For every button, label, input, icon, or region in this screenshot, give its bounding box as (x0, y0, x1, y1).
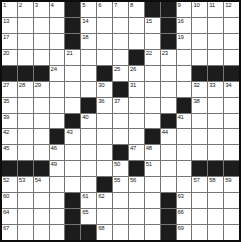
white-cell-r12c2[interactable]: 53 (18, 177, 33, 192)
white-cell-r9c5[interactable]: 43 (65, 129, 80, 144)
black-cell-r8c5 (65, 114, 80, 129)
white-cell-r1c8[interactable]: 7 (113, 2, 128, 17)
clue-number: 4 (51, 2, 54, 9)
white-cell-r8c4[interactable] (50, 114, 65, 129)
clue-number: 60 (3, 193, 9, 200)
clue-number: 42 (3, 129, 9, 136)
black-cell-r15c11 (161, 225, 176, 240)
white-cell-r11c11[interactable] (161, 161, 176, 176)
white-cell-r1c15[interactable]: 12 (224, 2, 239, 17)
white-cell-r5c9[interactable]: 26 (129, 66, 144, 81)
clue-number: 59 (225, 177, 231, 184)
clue-number: 48 (146, 145, 152, 152)
white-cell-r15c12[interactable]: 69 (177, 225, 192, 240)
black-cell-r11c1 (2, 161, 17, 176)
white-cell-r6c6[interactable] (81, 82, 96, 97)
white-cell-r4c10[interactable]: 22 (145, 50, 160, 65)
white-cell-r14c1[interactable]: 64 (2, 209, 17, 224)
black-cell-r2c5 (65, 18, 80, 33)
white-cell-r13c4[interactable] (50, 193, 65, 208)
clue-number: 69 (178, 225, 184, 232)
white-cell-r11c5[interactable] (65, 161, 80, 176)
white-cell-r12c5[interactable] (65, 177, 80, 192)
white-cell-r11c6[interactable] (81, 161, 96, 176)
white-cell-r8c8[interactable] (113, 114, 128, 129)
clue-number: 29 (35, 82, 41, 89)
white-cell-r11c10[interactable]: 51 (145, 161, 160, 176)
white-cell-r2c4[interactable] (50, 18, 65, 33)
white-cell-r2c15[interactable] (224, 18, 239, 33)
white-cell-r4c2[interactable] (18, 50, 33, 65)
white-cell-r2c7[interactable] (97, 18, 112, 33)
black-cell-r2c11 (161, 18, 176, 33)
white-cell-r10c11[interactable] (161, 145, 176, 160)
clue-number: 22 (146, 50, 152, 57)
white-cell-r4c7[interactable] (97, 50, 112, 65)
black-cell-r8c11 (161, 114, 176, 129)
clue-number: 63 (178, 193, 184, 200)
white-cell-r7c7[interactable]: 36 (97, 98, 112, 113)
black-cell-r1c10 (145, 2, 160, 17)
white-cell-r10c5[interactable] (65, 145, 80, 160)
white-cell-r6c5[interactable] (65, 82, 80, 97)
white-cell-r12c10[interactable] (145, 177, 160, 192)
white-cell-r12c12[interactable] (177, 177, 192, 192)
clue-number: 66 (178, 209, 184, 216)
white-cell-r7c4[interactable] (50, 98, 65, 113)
white-cell-r12c9[interactable]: 56 (129, 177, 144, 192)
white-cell-r9c1[interactable]: 42 (2, 129, 17, 144)
white-cell-r1c9[interactable]: 8 (129, 2, 144, 17)
white-cell-r1c6[interactable]: 5 (81, 2, 96, 17)
black-cell-r11c15 (224, 161, 239, 176)
white-cell-r9c9[interactable] (129, 129, 144, 144)
white-cell-r8c9[interactable] (129, 114, 144, 129)
white-cell-r10c14[interactable] (208, 145, 223, 160)
white-cell-r7c8[interactable]: 37 (113, 98, 128, 113)
clue-number: 13 (3, 18, 9, 25)
white-cell-r4c14[interactable] (208, 50, 223, 65)
clue-number: 38 (193, 98, 199, 105)
white-cell-r2c12[interactable]: 16 (177, 18, 192, 33)
clue-number: 64 (3, 209, 9, 216)
white-cell-r2c9[interactable] (129, 18, 144, 33)
black-cell-r9c10 (145, 129, 160, 144)
white-cell-r13c13[interactable] (192, 193, 207, 208)
white-cell-r4c1[interactable]: 20 (2, 50, 17, 65)
clue-number: 32 (193, 82, 199, 89)
white-cell-r14c6[interactable]: 65 (81, 209, 96, 224)
black-cell-r13c11 (161, 193, 176, 208)
white-cell-r3c7[interactable] (97, 34, 112, 49)
white-cell-r7c3[interactable] (34, 98, 49, 113)
black-cell-r11c14 (208, 161, 223, 176)
white-cell-r8c6[interactable]: 40 (81, 114, 96, 129)
clue-number: 25 (114, 66, 120, 73)
white-cell-r12c3[interactable]: 54 (34, 177, 49, 192)
white-cell-r14c15[interactable] (224, 209, 239, 224)
white-cell-r6c9[interactable]: 31 (129, 82, 144, 97)
clue-number: 24 (51, 66, 57, 73)
black-cell-r9c4 (50, 129, 65, 144)
white-cell-r1c7[interactable]: 6 (97, 2, 112, 17)
clue-number: 3 (35, 2, 38, 9)
white-cell-r14c10[interactable] (145, 209, 160, 224)
white-cell-r8c10[interactable] (145, 114, 160, 129)
clue-number: 10 (193, 2, 199, 9)
clue-number: 49 (51, 161, 57, 168)
white-cell-r6c12[interactable] (177, 82, 192, 97)
white-cell-r13c9[interactable] (129, 193, 144, 208)
clue-number: 20 (3, 50, 9, 57)
white-cell-r3c9[interactable] (129, 34, 144, 49)
black-cell-r11c13 (192, 161, 207, 176)
white-cell-r1c3[interactable]: 3 (34, 2, 49, 17)
clue-number: 45 (3, 145, 9, 152)
clue-number: 62 (98, 193, 104, 200)
white-cell-r12c1[interactable]: 52 (2, 177, 17, 192)
white-cell-r2c3[interactable] (34, 18, 49, 33)
white-cell-r14c12[interactable]: 66 (177, 209, 192, 224)
white-cell-r5c8[interactable]: 25 (113, 66, 128, 81)
white-cell-r4c3[interactable] (34, 50, 49, 65)
clue-number: 55 (114, 177, 120, 184)
white-cell-r7c14[interactable] (208, 98, 223, 113)
white-cell-r11c8[interactable]: 50 (113, 161, 128, 176)
white-cell-r2c8[interactable] (113, 18, 128, 33)
white-cell-r11c12[interactable] (177, 161, 192, 176)
clue-number: 58 (209, 177, 215, 184)
white-cell-r6c10[interactable] (145, 82, 160, 97)
clue-number: 39 (3, 114, 9, 121)
white-cell-r5c4[interactable]: 24 (50, 66, 65, 81)
clue-number: 27 (3, 82, 9, 89)
white-cell-r9c7[interactable] (97, 129, 112, 144)
black-cell-r13c5 (65, 193, 80, 208)
white-cell-r8c14[interactable] (208, 114, 223, 129)
white-cell-r13c7[interactable]: 62 (97, 193, 112, 208)
white-cell-r4c11[interactable]: 23 (161, 50, 176, 65)
white-cell-r3c12[interactable]: 19 (177, 34, 192, 49)
clue-number: 15 (146, 18, 152, 25)
white-cell-r8c1[interactable]: 39 (2, 114, 17, 129)
clue-number: 34 (225, 82, 231, 89)
white-cell-r14c4[interactable] (50, 209, 65, 224)
white-cell-r9c14[interactable] (208, 129, 223, 144)
clue-number: 52 (3, 177, 9, 184)
white-cell-r10c15[interactable] (224, 145, 239, 160)
clue-number: 36 (98, 98, 104, 105)
white-cell-r15c13[interactable] (192, 225, 207, 240)
clue-number: 40 (82, 114, 88, 121)
white-cell-r5c6[interactable] (81, 66, 96, 81)
white-cell-r4c6[interactable] (81, 50, 96, 65)
white-cell-r10c12[interactable] (177, 145, 192, 160)
white-cell-r14c9[interactable] (129, 209, 144, 224)
white-cell-r10c9[interactable]: 47 (129, 145, 144, 160)
white-cell-r14c7[interactable] (97, 209, 112, 224)
white-cell-r15c15[interactable] (224, 225, 239, 240)
black-cell-r14c5 (65, 209, 80, 224)
clue-number: 33 (209, 82, 215, 89)
white-cell-r3c6[interactable]: 18 (81, 34, 96, 49)
black-cell-r3c5 (65, 34, 80, 49)
white-cell-r9c6[interactable] (81, 129, 96, 144)
white-cell-r13c1[interactable]: 60 (2, 193, 17, 208)
white-cell-r12c13[interactable]: 57 (192, 177, 207, 192)
clue-number: 35 (3, 98, 9, 105)
black-cell-r3c11 (161, 34, 176, 49)
white-cell-r8c7[interactable] (97, 114, 112, 129)
white-cell-r8c3[interactable] (34, 114, 49, 129)
clue-number: 31 (130, 82, 136, 89)
white-cell-r3c3[interactable] (34, 34, 49, 49)
black-cell-r14c11 (161, 209, 176, 224)
white-cell-r10c1[interactable]: 45 (2, 145, 17, 160)
white-cell-r2c13[interactable] (192, 18, 207, 33)
clue-number: 9 (178, 2, 181, 9)
clue-number: 44 (162, 129, 168, 136)
white-cell-r1c4[interactable]: 4 (50, 2, 65, 17)
white-cell-r13c6[interactable]: 61 (81, 193, 96, 208)
clue-number: 61 (82, 193, 88, 200)
white-cell-r12c6[interactable] (81, 177, 96, 192)
clue-number: 7 (114, 2, 117, 9)
clue-number: 53 (19, 177, 25, 184)
clue-number: 23 (162, 50, 168, 57)
white-cell-r7c15[interactable] (224, 98, 239, 113)
clue-number: 1 (3, 2, 6, 9)
white-cell-r13c10[interactable] (145, 193, 160, 208)
white-cell-r4c15[interactable] (224, 50, 239, 65)
white-cell-r14c14[interactable] (208, 209, 223, 224)
white-cell-r8c12[interactable]: 41 (177, 114, 192, 129)
white-cell-r7c11[interactable] (161, 98, 176, 113)
white-cell-r6c1[interactable]: 27 (2, 82, 17, 97)
white-cell-r4c5[interactable]: 21 (65, 50, 80, 65)
white-cell-r2c14[interactable] (208, 18, 223, 33)
white-cell-r15c2[interactable] (18, 225, 33, 240)
white-cell-r3c4[interactable] (50, 34, 65, 49)
clue-number: 50 (114, 161, 120, 168)
clue-number: 47 (130, 145, 136, 152)
white-cell-r9c2[interactable] (18, 129, 33, 144)
clue-number: 12 (225, 2, 231, 9)
white-cell-r13c8[interactable] (113, 193, 128, 208)
black-cell-r10c8 (113, 145, 128, 160)
white-cell-r7c5[interactable] (65, 98, 80, 113)
white-cell-r2c6[interactable]: 14 (81, 18, 96, 33)
white-cell-r9c13[interactable] (192, 129, 207, 144)
clue-number: 54 (35, 177, 41, 184)
white-cell-r4c12[interactable] (177, 50, 192, 65)
white-cell-r15c14[interactable] (208, 225, 223, 240)
clue-number: 16 (178, 18, 184, 25)
black-cell-r5c1 (2, 66, 17, 81)
white-cell-r10c4[interactable]: 46 (50, 145, 65, 160)
clue-number: 30 (98, 82, 104, 89)
clue-number: 14 (82, 18, 88, 25)
white-cell-r6c2[interactable]: 28 (18, 82, 33, 97)
white-cell-r6c11[interactable] (161, 82, 176, 97)
white-cell-r12c11[interactable] (161, 177, 176, 192)
white-cell-r14c3[interactable] (34, 209, 49, 224)
white-cell-r11c7[interactable] (97, 161, 112, 176)
black-cell-r1c5 (65, 2, 80, 17)
white-cell-r3c13[interactable] (192, 34, 207, 49)
white-cell-r7c13[interactable]: 38 (192, 98, 207, 113)
white-cell-r10c6[interactable] (81, 145, 96, 160)
white-cell-r14c8[interactable] (113, 209, 128, 224)
white-cell-r7c2[interactable] (18, 98, 33, 113)
white-cell-r12c14[interactable]: 58 (208, 177, 223, 192)
clue-number: 5 (82, 2, 85, 9)
black-cell-r11c3 (34, 161, 49, 176)
white-cell-r15c3[interactable] (34, 225, 49, 240)
clue-number: 37 (114, 98, 120, 105)
clue-number: 26 (130, 66, 136, 73)
clue-number: 2 (19, 2, 22, 9)
white-cell-r3c8[interactable] (113, 34, 128, 49)
white-cell-r4c13[interactable] (192, 50, 207, 65)
white-cell-r5c11[interactable] (161, 66, 176, 81)
white-cell-r4c8[interactable] (113, 50, 128, 65)
white-cell-r15c4[interactable] (50, 225, 65, 240)
white-cell-r3c15[interactable] (224, 34, 239, 49)
white-cell-r5c12[interactable] (177, 66, 192, 81)
black-cell-r1c11 (161, 2, 176, 17)
clue-number: 17 (3, 34, 9, 41)
clue-number: 18 (82, 34, 88, 41)
white-cell-r11c4[interactable]: 49 (50, 161, 65, 176)
clue-number: 6 (98, 2, 101, 9)
white-cell-r2c1[interactable]: 13 (2, 18, 17, 33)
black-cell-r5c2 (18, 66, 33, 81)
white-cell-r13c12[interactable]: 63 (177, 193, 192, 208)
white-cell-r14c2[interactable] (18, 209, 33, 224)
black-cell-r15c6 (81, 225, 96, 240)
white-cell-r9c3[interactable] (34, 129, 49, 144)
white-cell-r1c12[interactable]: 9 (177, 2, 192, 17)
black-cell-r15c5 (65, 225, 80, 240)
white-cell-r15c7[interactable]: 68 (97, 225, 112, 240)
black-cell-r11c2 (18, 161, 33, 176)
white-cell-r6c4[interactable] (50, 82, 65, 97)
white-cell-r13c2[interactable] (18, 193, 33, 208)
black-cell-r5c7 (97, 66, 112, 81)
white-cell-r1c1[interactable]: 1 (2, 2, 17, 17)
white-cell-r13c14[interactable] (208, 193, 223, 208)
white-cell-r9c12[interactable] (177, 129, 192, 144)
clue-number: 41 (178, 114, 184, 121)
black-cell-r5c15 (224, 66, 239, 81)
white-cell-r13c3[interactable] (34, 193, 49, 208)
clue-number: 57 (193, 177, 199, 184)
white-cell-r6c14[interactable]: 33 (208, 82, 223, 97)
black-cell-r6c8 (113, 82, 128, 97)
white-cell-r7c9[interactable] (129, 98, 144, 113)
white-cell-r10c2[interactable] (18, 145, 33, 160)
white-cell-r6c15[interactable]: 34 (224, 82, 239, 97)
black-cell-r11c9 (129, 161, 144, 176)
clue-number: 43 (66, 129, 72, 136)
white-cell-r13c15[interactable] (224, 193, 239, 208)
white-cell-r8c15[interactable] (224, 114, 239, 129)
white-cell-r9c11[interactable]: 44 (161, 129, 176, 144)
crossword-board: 1234567891011121314151617181920212223242… (0, 0, 241, 242)
white-cell-r8c13[interactable] (192, 114, 207, 129)
white-cell-r10c3[interactable] (34, 145, 49, 160)
white-cell-r6c13[interactable]: 32 (192, 82, 207, 97)
clue-number: 19 (178, 34, 184, 41)
white-cell-r2c10[interactable]: 15 (145, 18, 160, 33)
clue-number: 11 (209, 2, 215, 9)
white-cell-r14c13[interactable] (192, 209, 207, 224)
white-cell-r10c13[interactable] (192, 145, 207, 160)
white-cell-r6c7[interactable]: 30 (97, 82, 112, 97)
white-cell-r3c10[interactable] (145, 34, 160, 49)
white-cell-r7c10[interactable] (145, 98, 160, 113)
white-cell-r8c2[interactable] (18, 114, 33, 129)
black-cell-r5c3 (34, 66, 49, 81)
white-cell-r3c14[interactable] (208, 34, 223, 49)
white-cell-r9c15[interactable] (224, 129, 239, 144)
clue-number: 51 (146, 161, 152, 168)
white-cell-r12c4[interactable] (50, 177, 65, 192)
white-cell-r10c10[interactable]: 48 (145, 145, 160, 160)
white-cell-r3c1[interactable]: 17 (2, 34, 17, 49)
white-cell-r5c10[interactable] (145, 66, 160, 81)
black-cell-r7c12 (177, 98, 192, 113)
white-cell-r6c3[interactable]: 29 (34, 82, 49, 97)
white-cell-r3c2[interactable] (18, 34, 33, 49)
white-cell-r1c13[interactable]: 10 (192, 2, 207, 17)
white-cell-r10c7[interactable] (97, 145, 112, 160)
black-cell-r12c7 (97, 177, 112, 192)
white-cell-r7c1[interactable]: 35 (2, 98, 17, 113)
clue-number: 65 (82, 209, 88, 216)
white-cell-r1c14[interactable]: 11 (208, 2, 223, 17)
white-cell-r1c2[interactable]: 2 (18, 2, 33, 17)
clue-number: 67 (3, 225, 9, 232)
clue-number: 46 (51, 145, 57, 152)
clue-number: 28 (19, 82, 25, 89)
white-cell-r12c15[interactable]: 59 (224, 177, 239, 192)
white-cell-r5c5[interactable] (65, 66, 80, 81)
white-cell-r15c9[interactable] (129, 225, 144, 240)
clue-number: 68 (98, 225, 104, 232)
clue-number: 21 (66, 50, 72, 57)
black-cell-r4c9 (129, 50, 144, 65)
white-cell-r15c8[interactable] (113, 225, 128, 240)
white-cell-r12c8[interactable]: 55 (113, 177, 128, 192)
white-cell-r15c1[interactable]: 67 (2, 225, 17, 240)
white-cell-r4c4[interactable] (50, 50, 65, 65)
white-cell-r2c2[interactable] (18, 18, 33, 33)
black-cell-r5c13 (192, 66, 207, 81)
clue-number: 56 (130, 177, 136, 184)
white-cell-r9c8[interactable] (113, 129, 128, 144)
white-cell-r15c10[interactable] (145, 225, 160, 240)
black-cell-r7c6 (81, 98, 96, 113)
black-cell-r5c14 (208, 66, 223, 81)
clue-number: 8 (130, 2, 133, 9)
